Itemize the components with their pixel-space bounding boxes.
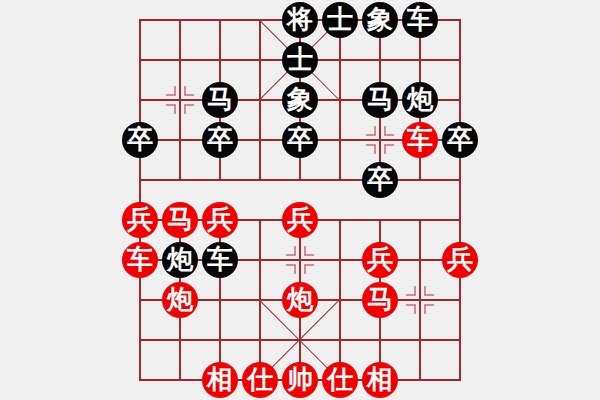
board-cell: 马 <box>360 280 400 320</box>
piece-layer: 将士象车士马象马炮卒卒卒车卒卒兵马兵兵车炮车兵兵炮炮马相仕帅仕相 <box>120 0 480 400</box>
piece-red-cannon[interactable]: 炮 <box>162 282 198 318</box>
board-cell: 相 <box>360 360 400 400</box>
piece-black-chariot[interactable]: 车 <box>202 242 238 278</box>
board-cell: 车 <box>120 240 160 280</box>
piece-red-horse[interactable]: 马 <box>362 282 398 318</box>
piece-black-cannon[interactable]: 炮 <box>162 242 198 278</box>
piece-black-chariot[interactable]: 车 <box>402 2 438 38</box>
board-cell: 炮 <box>400 80 440 120</box>
piece-black-advisor[interactable]: 士 <box>282 42 318 78</box>
piece-black-elephant[interactable]: 象 <box>282 82 318 118</box>
board-cell: 兵 <box>200 200 240 240</box>
piece-black-elephant[interactable]: 象 <box>362 2 398 38</box>
board-cell: 士 <box>320 0 360 40</box>
board-cell: 兵 <box>440 240 480 280</box>
board-cell: 车 <box>200 240 240 280</box>
board-cell: 象 <box>360 0 400 40</box>
board-cell: 车 <box>400 120 440 160</box>
board-cell: 兵 <box>120 200 160 240</box>
piece-red-cannon[interactable]: 炮 <box>282 282 318 318</box>
piece-black-horse[interactable]: 马 <box>202 82 238 118</box>
board-cell: 炮 <box>160 240 200 280</box>
piece-red-soldier[interactable]: 兵 <box>282 202 318 238</box>
board-cell: 卒 <box>360 160 400 200</box>
board-cell: 兵 <box>280 200 320 240</box>
board-cell: 炮 <box>160 280 200 320</box>
board-cell: 将 <box>280 0 320 40</box>
piece-red-elephant[interactable]: 相 <box>362 362 398 398</box>
piece-black-soldier[interactable]: 卒 <box>282 122 318 158</box>
board-cell: 炮 <box>280 280 320 320</box>
piece-red-soldier[interactable]: 兵 <box>202 202 238 238</box>
piece-red-advisor[interactable]: 仕 <box>322 362 358 398</box>
board-cell: 相 <box>200 360 240 400</box>
piece-red-soldier[interactable]: 兵 <box>362 242 398 278</box>
piece-red-horse[interactable]: 马 <box>162 202 198 238</box>
piece-red-elephant[interactable]: 相 <box>202 362 238 398</box>
board-cell: 卒 <box>280 120 320 160</box>
piece-black-soldier[interactable]: 卒 <box>202 122 238 158</box>
piece-black-cannon[interactable]: 炮 <box>402 82 438 118</box>
piece-black-general[interactable]: 将 <box>282 2 318 38</box>
board-cell: 仕 <box>240 360 280 400</box>
piece-black-soldier[interactable]: 卒 <box>362 162 398 198</box>
board-cell: 马 <box>360 80 400 120</box>
board-cell: 卒 <box>120 120 160 160</box>
board-cell: 象 <box>280 80 320 120</box>
piece-black-advisor[interactable]: 士 <box>322 2 358 38</box>
board-cell: 仕 <box>320 360 360 400</box>
board-cell: 卒 <box>440 120 480 160</box>
board-cell: 马 <box>160 200 200 240</box>
board-cell: 马 <box>200 80 240 120</box>
piece-red-chariot[interactable]: 车 <box>402 122 438 158</box>
piece-red-advisor[interactable]: 仕 <box>242 362 278 398</box>
xiangqi-board: 将士象车士马象马炮卒卒卒车卒卒兵马兵兵车炮车兵兵炮炮马相仕帅仕相 <box>0 0 600 400</box>
board-cell: 卒 <box>200 120 240 160</box>
piece-black-horse[interactable]: 马 <box>362 82 398 118</box>
board-cell: 车 <box>400 0 440 40</box>
piece-black-soldier[interactable]: 卒 <box>122 122 158 158</box>
piece-red-chariot[interactable]: 车 <box>122 242 158 278</box>
piece-red-general[interactable]: 帅 <box>282 362 318 398</box>
piece-black-soldier[interactable]: 卒 <box>442 122 478 158</box>
board-cell: 兵 <box>360 240 400 280</box>
board-cell: 士 <box>280 40 320 80</box>
piece-red-soldier[interactable]: 兵 <box>442 242 478 278</box>
piece-red-soldier[interactable]: 兵 <box>122 202 158 238</box>
board-cell: 帅 <box>280 360 320 400</box>
